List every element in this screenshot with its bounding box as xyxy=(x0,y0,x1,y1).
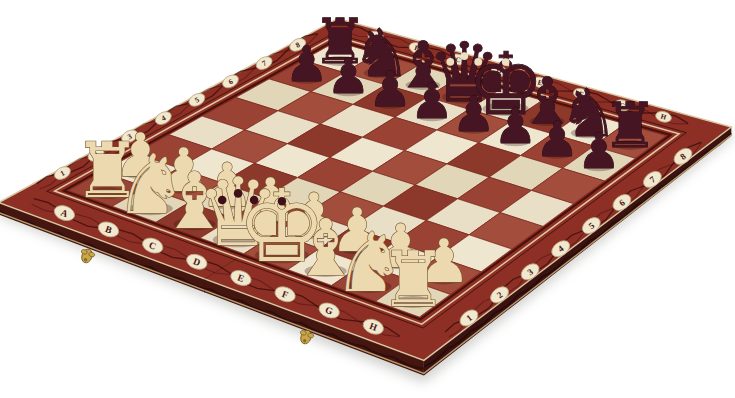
queen-crown-tip xyxy=(446,58,454,66)
piece-black-pawn[interactable]: ♟ xyxy=(410,73,454,130)
piece-black-pawn[interactable]: ♟ xyxy=(535,111,579,168)
piece-black-pawn[interactable]: ♟ xyxy=(577,123,621,180)
king-finial xyxy=(278,197,286,205)
piece-black-pawn[interactable]: ♟ xyxy=(368,61,412,118)
piece-black-pawn[interactable]: ♟ xyxy=(285,36,329,93)
piece-white-rook[interactable]: ♜ xyxy=(379,235,447,324)
piece-black-pawn[interactable]: ♟ xyxy=(494,98,538,155)
king-finial xyxy=(502,58,510,66)
chess-set-photo: ABCDEFGHABCDEFGH1234567812345678 ♜♞♟♝♟♛♟… xyxy=(0,0,735,398)
chess-board: ABCDEFGHABCDEFGH1234567812345678 ♜♞♟♝♟♛♟… xyxy=(0,0,735,398)
piece-black-pawn[interactable]: ♟ xyxy=(452,86,496,143)
queen-crown-tip xyxy=(218,196,227,205)
piece-black-pawn[interactable]: ♟ xyxy=(327,48,371,105)
